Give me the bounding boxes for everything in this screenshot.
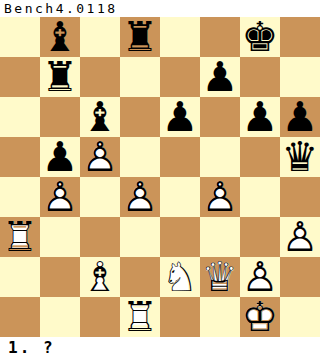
square-c3[interactable]: [80, 217, 120, 257]
square-f3[interactable]: [200, 217, 240, 257]
square-f5[interactable]: [200, 137, 240, 177]
white-piece-outline: ♙: [82, 133, 119, 181]
square-a3[interactable]: ♜♖: [0, 217, 40, 257]
square-b4[interactable]: ♟♙: [40, 177, 80, 217]
square-e4[interactable]: [160, 177, 200, 217]
square-g4[interactable]: [240, 177, 280, 217]
square-d2[interactable]: [120, 257, 160, 297]
square-g2[interactable]: ♟♙: [240, 257, 280, 297]
square-f7[interactable]: ♟: [200, 57, 240, 97]
square-d5[interactable]: [120, 137, 160, 177]
square-g3[interactable]: [240, 217, 280, 257]
square-h4[interactable]: [280, 177, 320, 217]
square-e8[interactable]: [160, 17, 200, 57]
square-b1[interactable]: [40, 297, 80, 337]
square-c7[interactable]: [80, 57, 120, 97]
square-d4[interactable]: ♟♙: [120, 177, 160, 217]
square-b8[interactable]: ♝: [40, 17, 80, 57]
square-d3[interactable]: [120, 217, 160, 257]
square-d6[interactable]: [120, 97, 160, 137]
black-king[interactable]: ♚: [242, 17, 279, 57]
square-e1[interactable]: [160, 297, 200, 337]
black-pawn[interactable]: ♟: [282, 97, 319, 137]
chess-board[interactable]: ♝♜♚♜♟♝♟♟♟♟♟♙♛♟♙♟♙♟♙♜♖♟♙♝♗♞♘♛♕♟♙♜♖♚♔: [0, 17, 320, 337]
square-h6[interactable]: ♟: [280, 97, 320, 137]
white-pawn[interactable]: ♟♙: [122, 177, 159, 217]
square-e3[interactable]: [160, 217, 200, 257]
black-bishop[interactable]: ♝: [42, 17, 79, 57]
white-piece-outline: ♖: [122, 293, 159, 341]
black-rook[interactable]: ♜: [122, 17, 159, 57]
square-h3[interactable]: ♟♙: [280, 217, 320, 257]
white-rook[interactable]: ♜♖: [2, 217, 39, 257]
black-pawn[interactable]: ♟: [202, 57, 239, 97]
black-rook[interactable]: ♜: [42, 57, 79, 97]
square-e7[interactable]: [160, 57, 200, 97]
square-c6[interactable]: ♝: [80, 97, 120, 137]
white-pawn[interactable]: ♟♙: [242, 257, 279, 297]
white-pawn[interactable]: ♟♙: [202, 177, 239, 217]
square-c2[interactable]: ♝♗: [80, 257, 120, 297]
square-b5[interactable]: ♟: [40, 137, 80, 177]
white-rook[interactable]: ♜♖: [122, 297, 159, 337]
square-a5[interactable]: [0, 137, 40, 177]
square-a4[interactable]: [0, 177, 40, 217]
white-piece-outline: ♘: [162, 253, 199, 301]
square-b7[interactable]: ♜: [40, 57, 80, 97]
white-pawn[interactable]: ♟♙: [282, 217, 319, 257]
black-pawn[interactable]: ♟: [242, 97, 279, 137]
square-h5[interactable]: ♛: [280, 137, 320, 177]
square-a7[interactable]: [0, 57, 40, 97]
square-f1[interactable]: [200, 297, 240, 337]
chess-puzzle-window: Bench4.0118 ♝♜♚♜♟♝♟♟♟♟♟♙♛♟♙♟♙♟♙♜♖♟♙♝♗♞♘♛…: [0, 0, 320, 360]
square-h7[interactable]: [280, 57, 320, 97]
square-d8[interactable]: ♜: [120, 17, 160, 57]
black-bishop[interactable]: ♝: [82, 97, 119, 137]
square-a8[interactable]: [0, 17, 40, 57]
square-b3[interactable]: [40, 217, 80, 257]
square-e2[interactable]: ♞♘: [160, 257, 200, 297]
white-knight[interactable]: ♞♘: [162, 257, 199, 297]
black-queen[interactable]: ♛: [282, 137, 319, 177]
square-f2[interactable]: ♛♕: [200, 257, 240, 297]
black-pawn[interactable]: ♟: [42, 137, 79, 177]
square-f6[interactable]: [200, 97, 240, 137]
square-h1[interactable]: [280, 297, 320, 337]
square-g6[interactable]: ♟: [240, 97, 280, 137]
white-piece-outline: ♕: [202, 253, 239, 301]
square-a1[interactable]: [0, 297, 40, 337]
white-piece-outline: ♖: [2, 213, 39, 261]
white-pawn[interactable]: ♟♙: [82, 137, 119, 177]
square-c5[interactable]: ♟♙: [80, 137, 120, 177]
square-g7[interactable]: [240, 57, 280, 97]
white-piece-outline: ♙: [42, 173, 79, 221]
square-g8[interactable]: ♚: [240, 17, 280, 57]
square-h2[interactable]: [280, 257, 320, 297]
square-a6[interactable]: [0, 97, 40, 137]
white-king[interactable]: ♚♔: [242, 297, 279, 337]
white-piece-outline: ♙: [122, 173, 159, 221]
square-d1[interactable]: ♜♖: [120, 297, 160, 337]
square-f4[interactable]: ♟♙: [200, 177, 240, 217]
square-e5[interactable]: [160, 137, 200, 177]
white-piece-outline: ♙: [282, 213, 319, 261]
square-g1[interactable]: ♚♔: [240, 297, 280, 337]
square-e6[interactable]: ♟: [160, 97, 200, 137]
white-piece-outline: ♙: [202, 173, 239, 221]
square-b6[interactable]: [40, 97, 80, 137]
white-piece-outline: ♔: [242, 293, 279, 341]
white-bishop[interactable]: ♝♗: [82, 257, 119, 297]
square-b2[interactable]: [40, 257, 80, 297]
white-queen[interactable]: ♛♕: [202, 257, 239, 297]
square-c8[interactable]: [80, 17, 120, 57]
square-c1[interactable]: [80, 297, 120, 337]
square-d7[interactable]: [120, 57, 160, 97]
square-c4[interactable]: [80, 177, 120, 217]
white-piece-outline: ♗: [82, 253, 119, 301]
white-pawn[interactable]: ♟♙: [42, 177, 79, 217]
square-g5[interactable]: [240, 137, 280, 177]
square-a2[interactable]: [0, 257, 40, 297]
square-h8[interactable]: [280, 17, 320, 57]
square-f8[interactable]: [200, 17, 240, 57]
black-pawn[interactable]: ♟: [162, 97, 199, 137]
